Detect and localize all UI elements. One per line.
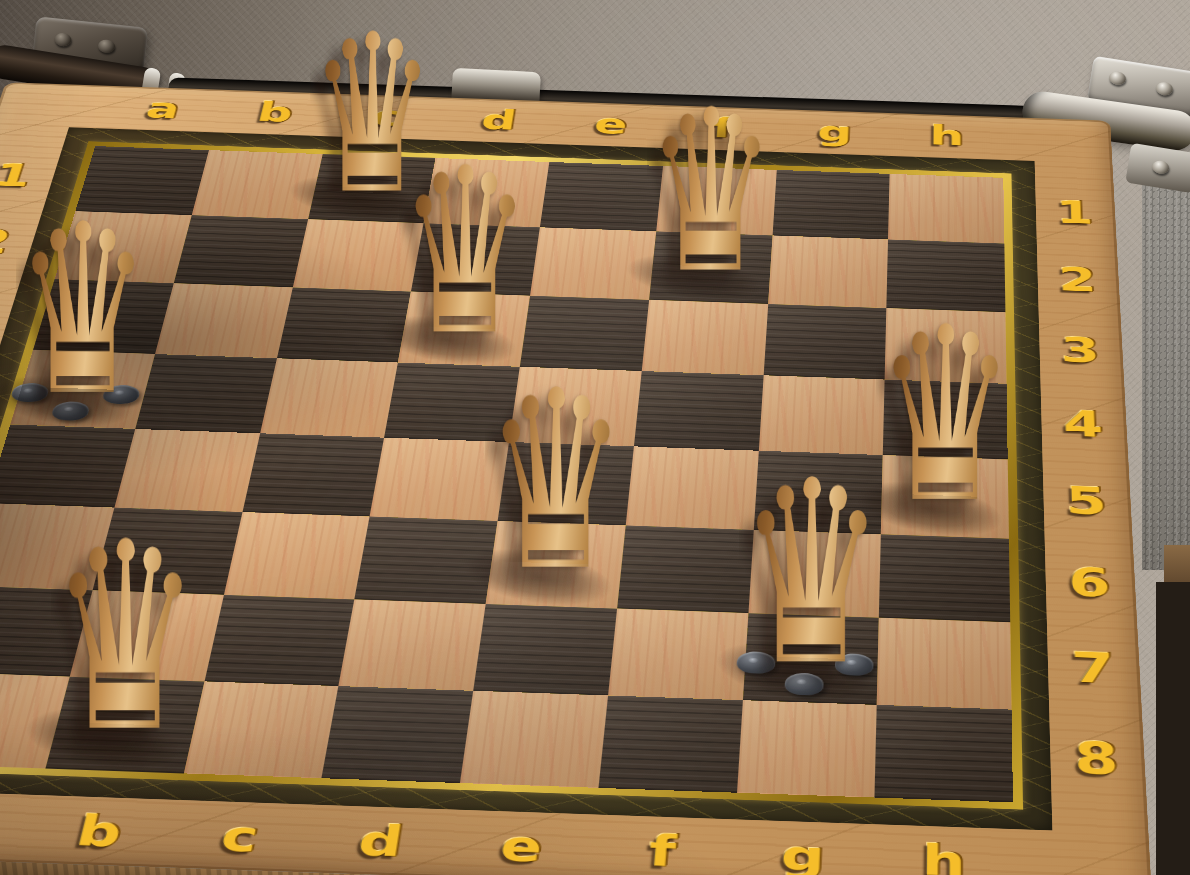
square-c7[interactable] bbox=[204, 595, 355, 687]
square-h6[interactable] bbox=[879, 534, 1010, 622]
square-d6[interactable] bbox=[355, 516, 498, 603]
square-h1[interactable] bbox=[888, 174, 1004, 244]
file-label-top-f: f bbox=[711, 114, 734, 142]
square-f3[interactable] bbox=[641, 300, 767, 376]
square-f6[interactable] bbox=[617, 525, 753, 613]
file-label-top-g: g bbox=[817, 118, 853, 146]
square-g1[interactable] bbox=[772, 170, 890, 239]
queen-glyph: ♛ bbox=[486, 358, 628, 605]
squares-grid: ♛♛♛♛♛♛♛♛ bbox=[0, 146, 1013, 802]
file-label-top-h: h bbox=[929, 122, 964, 150]
square-e7[interactable] bbox=[473, 604, 617, 696]
square-d8[interactable] bbox=[322, 686, 474, 783]
queen-glyph: ♛ bbox=[647, 80, 776, 304]
chess-board: ♛♛♛♛♛♛♛♛ aabbccddeeffgghh112233445566778… bbox=[0, 82, 1152, 875]
queen-glyph: ♛ bbox=[16, 193, 151, 428]
queen-glyph: ♛ bbox=[399, 137, 531, 367]
square-f7[interactable] bbox=[608, 608, 748, 700]
square-e6[interactable]: ♛ bbox=[486, 521, 626, 608]
board-perspective-scene: ♛♛♛♛♛♛♛♛ aabbccddeeffgghh112233445566778… bbox=[0, 0, 1190, 875]
square-c5[interactable] bbox=[242, 433, 384, 516]
rank-label-right-4: 4 bbox=[1063, 406, 1104, 442]
square-f2[interactable]: ♛ bbox=[649, 231, 772, 303]
square-b3[interactable] bbox=[155, 283, 293, 358]
square-d7[interactable] bbox=[339, 599, 486, 691]
square-h5[interactable]: ♛ bbox=[881, 455, 1009, 539]
queen-glyph: ♛ bbox=[876, 296, 1014, 537]
file-label-top-c: c bbox=[370, 103, 404, 131]
square-c6[interactable] bbox=[223, 512, 369, 599]
square-a4[interactable]: ♛ bbox=[10, 350, 154, 429]
square-g3[interactable] bbox=[763, 304, 886, 380]
rank-label-right-2: 2 bbox=[1058, 263, 1097, 296]
square-h7[interactable] bbox=[877, 617, 1012, 709]
square-e8[interactable] bbox=[460, 691, 608, 788]
square-e1[interactable] bbox=[540, 162, 663, 231]
metal-clip-icon bbox=[784, 672, 824, 695]
square-g7[interactable]: ♛ bbox=[742, 613, 879, 705]
square-c3[interactable] bbox=[276, 287, 411, 363]
file-label-top-e: e bbox=[593, 110, 629, 138]
file-label-top-b: b bbox=[254, 99, 295, 127]
chess-game-scene: ♛♛♛♛♛♛♛♛ aabbccddeeffgghh112233445566778… bbox=[0, 0, 1190, 875]
rank-label-right-3: 3 bbox=[1060, 333, 1100, 368]
rank-label-right-1: 1 bbox=[1056, 197, 1094, 229]
file-label-top-d: d bbox=[479, 106, 518, 134]
